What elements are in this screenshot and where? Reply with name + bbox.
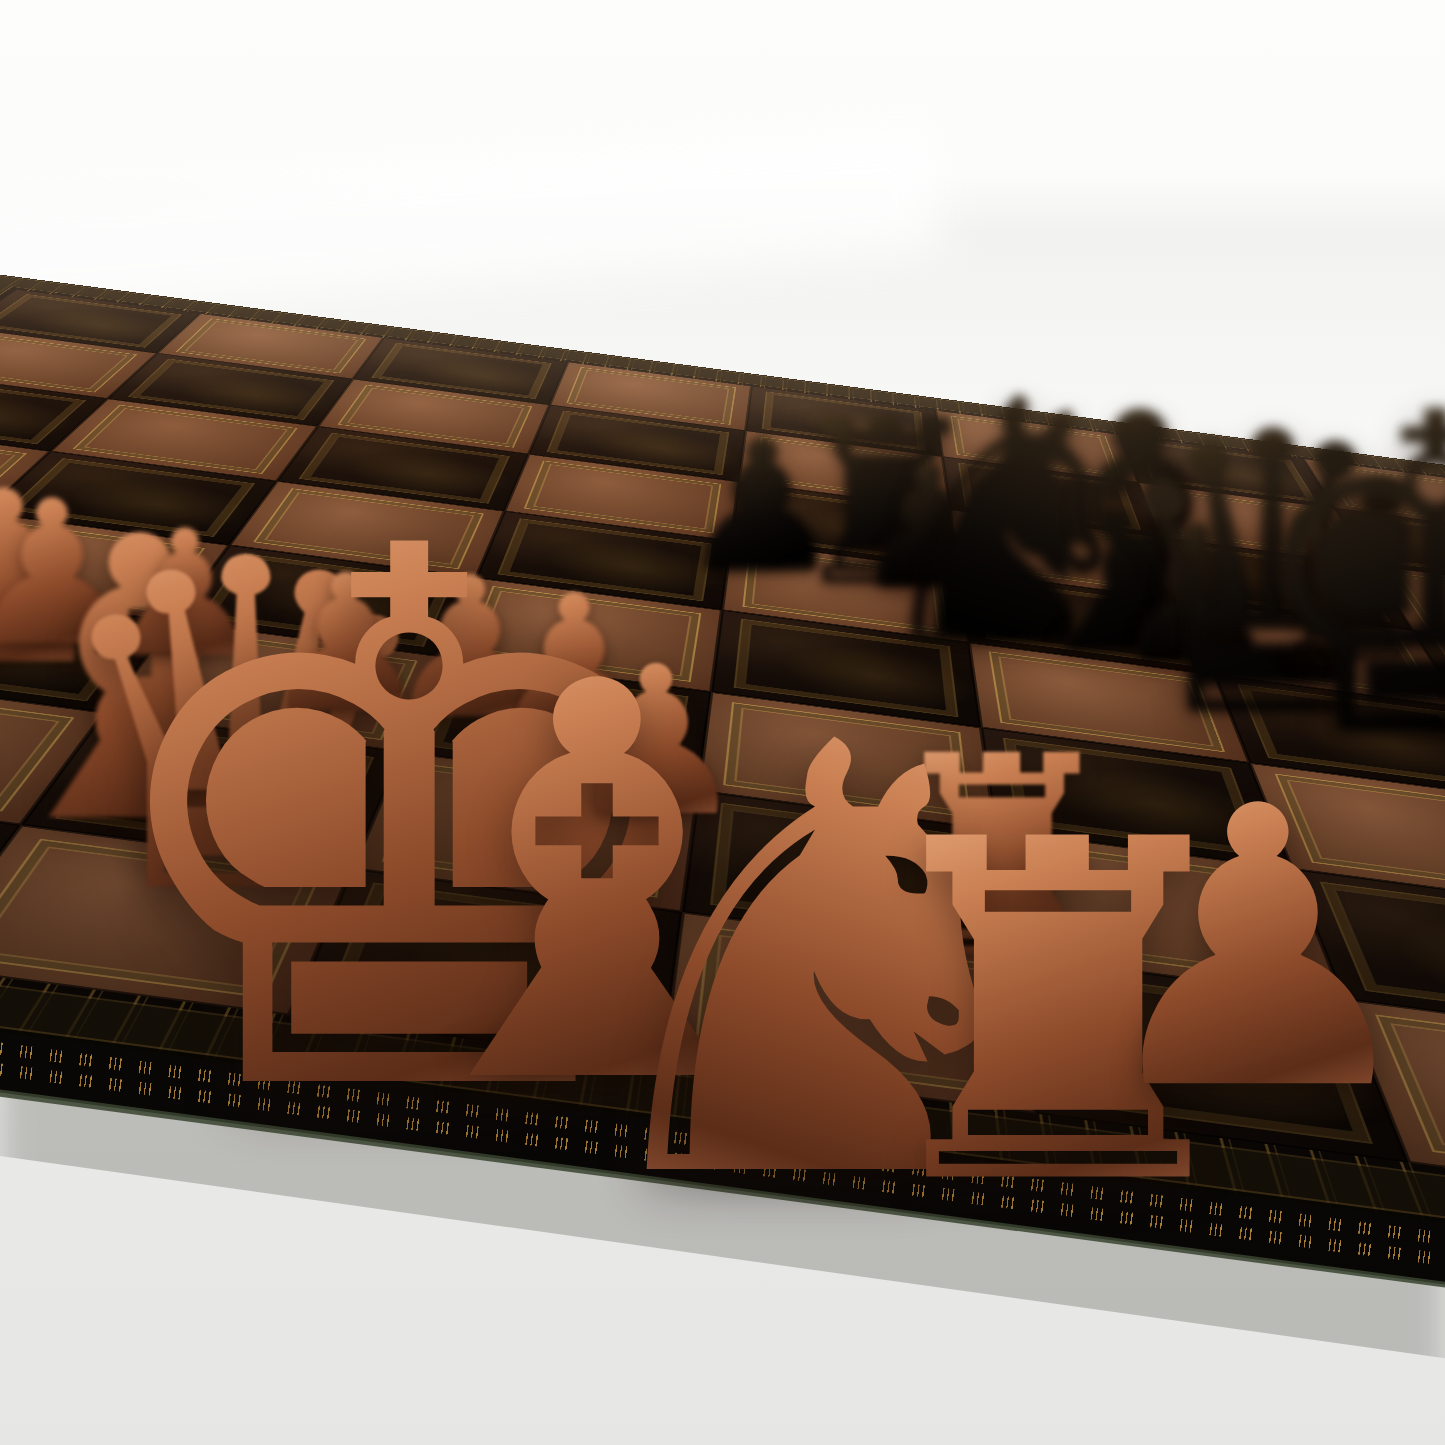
chess-set-photo: ♟♜♟♞♝♟♛♜♚♟♟♝♟♛♟♟♟♚♟♝♜♞♜♟ [0,0,1445,1445]
pieces-layer: ♟♜♟♞♝♟♛♜♚♟♟♝♟♛♟♟♟♚♟♝♜♞♜♟ [0,0,1445,1445]
copper-pawn-8: ♟ [1085,757,1431,1143]
